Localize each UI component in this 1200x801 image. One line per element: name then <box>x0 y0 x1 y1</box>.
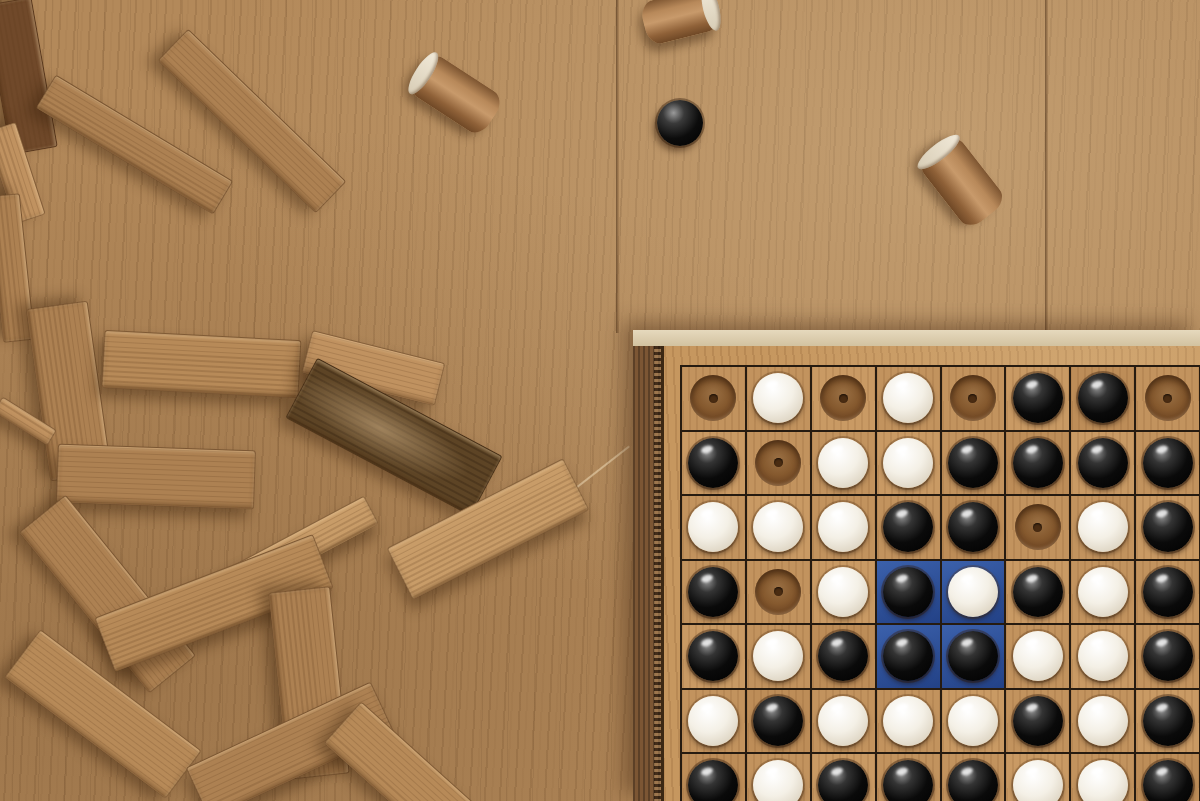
white-disc <box>948 696 998 746</box>
black-disc <box>688 631 738 681</box>
board-cell-r3c6[interactable] <box>1006 496 1069 559</box>
wood-block <box>56 443 256 509</box>
board-cell-r7c3[interactable] <box>812 754 875 801</box>
board-cell-r6c4[interactable] <box>877 690 940 753</box>
loose-black-disc <box>657 100 703 146</box>
board-cell-r7c7[interactable] <box>1071 754 1134 801</box>
board-cell-r4c6[interactable] <box>1006 561 1069 624</box>
board-cell-r2c1[interactable] <box>682 432 745 495</box>
wood-cylinder <box>639 0 721 46</box>
othello-board <box>633 330 1200 801</box>
empty-pit <box>820 375 866 421</box>
disc-gloss-highlight <box>960 444 974 454</box>
white-disc <box>1013 760 1063 801</box>
board-cell-r2c8[interactable] <box>1136 432 1199 495</box>
white-disc <box>753 373 803 423</box>
board-cell-r2c2[interactable] <box>747 432 810 495</box>
black-disc <box>1143 760 1193 801</box>
black-disc <box>883 760 933 801</box>
disc-gloss-highlight <box>766 509 780 519</box>
board-cell-r1c1[interactable] <box>682 367 745 430</box>
disc-gloss-highlight <box>895 702 909 712</box>
cylinder-white-end-cap <box>403 48 443 98</box>
disc-gloss-highlight <box>1155 767 1169 777</box>
disc-gloss-highlight <box>895 573 909 583</box>
board-cell-r6c7[interactable] <box>1071 690 1134 753</box>
disc-gloss-highlight <box>1025 573 1039 583</box>
board-cell-r2c6[interactable] <box>1006 432 1069 495</box>
disc-gloss-highlight <box>960 638 974 648</box>
white-disc <box>753 760 803 801</box>
disc-gloss-highlight <box>1155 573 1169 583</box>
white-disc <box>1078 696 1128 746</box>
board-cell-r4c5[interactable] <box>942 561 1005 624</box>
disc-gloss-highlight <box>1025 380 1039 390</box>
disc-gloss-highlight <box>830 573 844 583</box>
disc-gloss-highlight <box>701 444 715 454</box>
disc-gloss-highlight <box>1025 702 1039 712</box>
disc-gloss-highlight <box>830 509 844 519</box>
black-disc <box>753 696 803 746</box>
black-disc <box>1143 567 1193 617</box>
black-disc <box>688 760 738 801</box>
empty-pit <box>950 375 996 421</box>
disc-gloss-highlight <box>1025 638 1039 648</box>
white-disc <box>818 696 868 746</box>
board-cell-r6c8[interactable] <box>1136 690 1199 753</box>
board-cell-r4c3[interactable] <box>812 561 875 624</box>
hinge-ribs <box>654 346 661 801</box>
white-disc <box>818 567 868 617</box>
board-cell-r5c8[interactable] <box>1136 625 1199 688</box>
wood-cylinder <box>406 50 505 137</box>
wood-block <box>101 330 301 398</box>
disc-gloss-highlight <box>960 573 974 583</box>
board-cell-r1c3[interactable] <box>812 367 875 430</box>
white-disc <box>948 567 998 617</box>
empty-pit <box>690 375 736 421</box>
disc-gloss-highlight <box>830 444 844 454</box>
board-cell-r6c3[interactable] <box>812 690 875 753</box>
board-cell-r4c2[interactable] <box>747 561 810 624</box>
board-grid <box>680 365 1200 801</box>
empty-pit <box>755 440 801 486</box>
board-cell-r3c7[interactable] <box>1071 496 1134 559</box>
cylinder-white-end-cap <box>913 130 964 175</box>
disc-gloss-highlight <box>701 638 715 648</box>
disc-gloss-highlight <box>1090 444 1104 454</box>
disc-gloss-highlight <box>830 702 844 712</box>
board-cell-r5c5[interactable] <box>942 625 1005 688</box>
wood-block <box>324 701 474 801</box>
white-disc <box>1078 631 1128 681</box>
board-cell-r5c7[interactable] <box>1071 625 1134 688</box>
board-edge-strip <box>633 330 1200 347</box>
disc-gloss-highlight <box>766 767 780 777</box>
board-cell-r1c4[interactable] <box>877 367 940 430</box>
board-cell-r7c8[interactable] <box>1136 754 1199 801</box>
board-cell-r2c4[interactable] <box>877 432 940 495</box>
board-cell-r5c3[interactable] <box>812 625 875 688</box>
white-disc <box>818 502 868 552</box>
black-disc <box>883 567 933 617</box>
disc-gloss-highlight <box>701 767 715 777</box>
white-disc <box>688 696 738 746</box>
black-disc <box>1013 438 1063 488</box>
board-cell-r3c2[interactable] <box>747 496 810 559</box>
black-disc <box>1013 567 1063 617</box>
board-cell-r7c1[interactable] <box>682 754 745 801</box>
board-cell-r3c1[interactable] <box>682 496 745 559</box>
white-disc <box>688 502 738 552</box>
black-disc <box>1078 373 1128 423</box>
board-cell-r1c8[interactable] <box>1136 367 1199 430</box>
black-disc <box>948 760 998 801</box>
disc-gloss-highlight <box>701 702 715 712</box>
board-cell-r5c1[interactable] <box>682 625 745 688</box>
board-cell-r3c3[interactable] <box>812 496 875 559</box>
disc-gloss-highlight <box>1090 638 1104 648</box>
white-disc <box>883 373 933 423</box>
white-disc <box>1078 760 1128 801</box>
black-disc <box>948 438 998 488</box>
disc-gloss-highlight <box>830 767 844 777</box>
empty-pit <box>1145 375 1191 421</box>
white-disc <box>883 696 933 746</box>
board-cell-r5c2[interactable] <box>747 625 810 688</box>
disc-gloss-highlight <box>1155 509 1169 519</box>
black-disc <box>688 438 738 488</box>
black-disc <box>1013 373 1063 423</box>
cylinder-white-end-cap <box>698 0 725 33</box>
board-cell-r7c2[interactable] <box>747 754 810 801</box>
black-disc <box>883 631 933 681</box>
disc-gloss-highlight <box>895 509 909 519</box>
disc-gloss-highlight <box>1090 573 1104 583</box>
board-cell-r6c2[interactable] <box>747 690 810 753</box>
white-disc <box>883 438 933 488</box>
black-disc <box>1078 438 1128 488</box>
board-cell-r2c3[interactable] <box>812 432 875 495</box>
empty-pit <box>755 569 801 615</box>
board-cell-r1c2[interactable] <box>747 367 810 430</box>
board-cell-r1c7[interactable] <box>1071 367 1134 430</box>
disc-gloss-highlight <box>1025 767 1039 777</box>
white-disc <box>1078 567 1128 617</box>
plank-seam <box>616 0 619 333</box>
board-cell-r5c6[interactable] <box>1006 625 1069 688</box>
board-cell-r7c6[interactable] <box>1006 754 1069 801</box>
disc-gloss-highlight <box>960 509 974 519</box>
board-cell-r7c5[interactable] <box>942 754 1005 801</box>
board-cell-r2c7[interactable] <box>1071 432 1134 495</box>
black-disc <box>948 631 998 681</box>
black-disc <box>688 567 738 617</box>
board-cell-r1c6[interactable] <box>1006 367 1069 430</box>
disc-gloss-highlight <box>1090 767 1104 777</box>
plank-seam <box>1045 0 1048 333</box>
disc-gloss-highlight <box>960 767 974 777</box>
disc-gloss-highlight <box>701 509 715 519</box>
disc-gloss-highlight <box>766 380 780 390</box>
black-disc <box>948 502 998 552</box>
disc-gloss-highlight <box>1090 380 1104 390</box>
white-disc <box>1078 502 1128 552</box>
board-cell-r6c6[interactable] <box>1006 690 1069 753</box>
disc-gloss-highlight <box>1155 702 1169 712</box>
white-disc <box>753 502 803 552</box>
disc-gloss-highlight <box>895 380 909 390</box>
black-disc <box>1143 631 1193 681</box>
disc-gloss-highlight <box>1090 702 1104 712</box>
board-cell-r4c8[interactable] <box>1136 561 1199 624</box>
empty-pit <box>1015 504 1061 550</box>
board-cell-r2c5[interactable] <box>942 432 1005 495</box>
disc-gloss-highlight <box>701 573 715 583</box>
board-cell-r4c1[interactable] <box>682 561 745 624</box>
disc-gloss-highlight <box>766 702 780 712</box>
white-disc <box>753 631 803 681</box>
disc-gloss-highlight <box>1155 444 1169 454</box>
black-disc <box>1013 696 1063 746</box>
wood-cylinder <box>916 133 1008 232</box>
board-cell-r3c8[interactable] <box>1136 496 1199 559</box>
board-cell-r7c4[interactable] <box>877 754 940 801</box>
white-disc <box>1013 631 1063 681</box>
board-cell-r6c5[interactable] <box>942 690 1005 753</box>
board-cell-r4c4[interactable] <box>877 561 940 624</box>
black-disc <box>818 760 868 801</box>
disc-gloss-highlight <box>1090 509 1104 519</box>
black-disc <box>1143 696 1193 746</box>
disc-gloss-highlight <box>766 638 780 648</box>
disc-gloss-highlight <box>895 444 909 454</box>
board-hinge-strip <box>633 346 661 801</box>
board-cell-r6c1[interactable] <box>682 690 745 753</box>
board-cell-r4c7[interactable] <box>1071 561 1134 624</box>
disc-gloss-highlight <box>1025 444 1039 454</box>
board-cell-r3c4[interactable] <box>877 496 940 559</box>
disc-gloss-highlight <box>960 702 974 712</box>
disc-gloss-highlight <box>895 767 909 777</box>
tabletop-scene <box>0 0 1200 801</box>
board-cell-r1c5[interactable] <box>942 367 1005 430</box>
disc-gloss-highlight <box>830 638 844 648</box>
black-disc <box>883 502 933 552</box>
black-disc <box>818 631 868 681</box>
board-cell-r5c4[interactable] <box>877 625 940 688</box>
board-cell-r3c5[interactable] <box>942 496 1005 559</box>
black-disc <box>1143 438 1193 488</box>
white-disc <box>818 438 868 488</box>
black-disc <box>1143 502 1193 552</box>
disc-gloss-highlight <box>1155 638 1169 648</box>
disc-gloss-highlight <box>895 638 909 648</box>
